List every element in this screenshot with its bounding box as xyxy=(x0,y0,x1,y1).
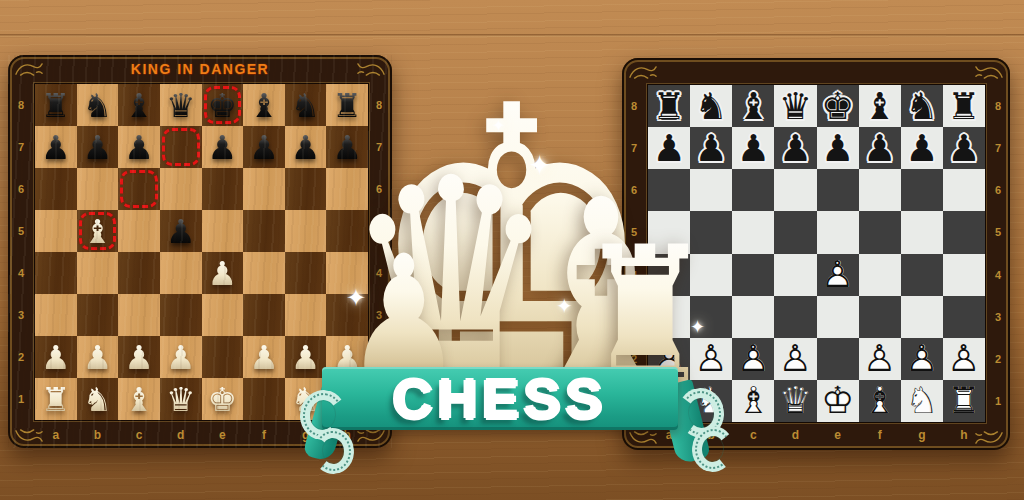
piece-white-king[interactable]: ♚♔ xyxy=(817,380,859,422)
square-d3[interactable] xyxy=(160,294,202,336)
rank-label: 5 xyxy=(14,210,28,252)
square-b6[interactable] xyxy=(77,168,119,210)
square-b8[interactable]: ♞ xyxy=(77,84,119,126)
piece-white-knight[interactable]: ♞♘ xyxy=(901,380,943,422)
rank-label: 3 xyxy=(14,294,28,336)
square-h7[interactable]: ♟ xyxy=(943,127,985,169)
piece-black-pawn[interactable]: ♟ xyxy=(737,130,770,167)
file-label: g xyxy=(901,424,943,446)
piece-white-bishop[interactable]: ♝♗ xyxy=(859,380,901,422)
piece-black-pawn[interactable]: ♟ xyxy=(695,130,728,167)
square-f4[interactable] xyxy=(243,252,285,294)
square-a3[interactable] xyxy=(35,294,77,336)
square-c6[interactable] xyxy=(732,169,774,211)
square-c3[interactable] xyxy=(118,294,160,336)
square-e8[interactable]: ♚ xyxy=(817,85,859,127)
square-a2[interactable]: ♟ xyxy=(35,336,77,378)
piece-white-bishop[interactable]: ♝ xyxy=(83,215,113,248)
square-f8[interactable]: ♝ xyxy=(243,84,285,126)
square-c7[interactable]: ♟ xyxy=(118,126,160,168)
piece-black-pawn[interactable]: ♟ xyxy=(821,130,854,167)
piece-black-pawn[interactable]: ♟ xyxy=(863,130,896,167)
square-b3[interactable] xyxy=(77,294,119,336)
piece-black-queen[interactable]: ♛ xyxy=(779,88,812,125)
piece-black-king[interactable]: ♚ xyxy=(821,88,854,125)
square-d1[interactable]: ♛ xyxy=(160,378,202,420)
piece-white-pawn[interactable]: ♟ xyxy=(291,341,321,374)
piece-white-pawn[interactable]: ♟♙ xyxy=(817,254,859,296)
square-g8[interactable]: ♞ xyxy=(285,84,327,126)
square-e5[interactable] xyxy=(817,211,859,253)
file-label: c xyxy=(732,424,774,446)
square-e5[interactable] xyxy=(202,210,244,252)
square-e3[interactable] xyxy=(202,294,244,336)
rank-label: 7 xyxy=(991,127,1005,169)
piece-white-bishop[interactable]: ♝ xyxy=(124,383,154,416)
square-e8[interactable]: ♚ xyxy=(202,84,244,126)
rank-labels-left: 87654321 xyxy=(14,84,28,420)
piece-black-bishop[interactable]: ♝ xyxy=(124,89,154,122)
corner-flourish-icon xyxy=(975,65,1003,80)
square-d7[interactable] xyxy=(160,126,202,168)
chess-app-promo: KING IN DANGER ♜♞♝♛♚♝♞♜♟♟♟♟♟♟♟♝♟♟♟♟♟♟♟♟♟… xyxy=(0,0,1024,500)
square-b1[interactable]: ♞ xyxy=(77,378,119,420)
square-c2[interactable]: ♟♙ xyxy=(732,338,774,380)
square-d4[interactable] xyxy=(774,254,816,296)
square-e4[interactable]: ♟♙ xyxy=(817,254,859,296)
piece-black-knight[interactable]: ♞ xyxy=(695,88,728,125)
piece-white-queen[interactable]: ♛♕ xyxy=(774,380,816,422)
piece-black-rook[interactable]: ♜ xyxy=(41,89,71,122)
piece-black-pawn[interactable]: ♟ xyxy=(208,131,238,164)
square-a5[interactable] xyxy=(35,210,77,252)
square-c4[interactable] xyxy=(118,252,160,294)
rank-label: 1 xyxy=(991,380,1005,422)
rank-label: 4 xyxy=(991,254,1005,296)
piece-black-bishop[interactable]: ♝ xyxy=(737,88,770,125)
square-b7[interactable]: ♟ xyxy=(77,126,119,168)
square-f4[interactable] xyxy=(859,254,901,296)
square-f6[interactable] xyxy=(243,168,285,210)
square-h6[interactable] xyxy=(943,169,985,211)
file-label: e xyxy=(817,424,859,446)
square-b5[interactable]: ♝ xyxy=(77,210,119,252)
banner-title: CHESS xyxy=(322,367,678,430)
square-f7[interactable]: ♟ xyxy=(243,126,285,168)
rank-label: 2 xyxy=(14,336,28,378)
piece-white-pawn[interactable]: ♟ xyxy=(166,341,196,374)
square-g6[interactable] xyxy=(901,169,943,211)
square-b8[interactable]: ♞ xyxy=(690,85,732,127)
square-g5[interactable] xyxy=(901,211,943,253)
square-g8[interactable]: ♞ xyxy=(901,85,943,127)
rank-label: 4 xyxy=(14,252,28,294)
square-c3[interactable] xyxy=(732,296,774,338)
square-f2[interactable]: ♟♙ xyxy=(859,338,901,380)
piece-white-pawn[interactable]: ♟♙ xyxy=(943,338,985,380)
piece-black-pawn[interactable]: ♟ xyxy=(124,131,154,164)
rank-label: 8 xyxy=(14,84,28,126)
file-label: c xyxy=(118,424,160,446)
piece-black-knight[interactable]: ♞ xyxy=(83,89,113,122)
rank-label: 1 xyxy=(14,378,28,420)
rank-label: 3 xyxy=(991,296,1005,338)
piece-white-pawn[interactable]: ♟♙ xyxy=(774,338,816,380)
piece-black-pawn[interactable]: ♟ xyxy=(947,130,980,167)
square-d5[interactable]: ♟ xyxy=(160,210,202,252)
piece-black-pawn[interactable]: ♟ xyxy=(291,131,321,164)
square-e3[interactable] xyxy=(817,296,859,338)
square-d2[interactable]: ♟♙ xyxy=(774,338,816,380)
rank-label: 8 xyxy=(991,85,1005,127)
square-e6[interactable] xyxy=(202,168,244,210)
square-f3[interactable] xyxy=(859,296,901,338)
square-a8[interactable]: ♜ xyxy=(35,84,77,126)
file-label: b xyxy=(77,424,119,446)
piece-white-pawn[interactable]: ♟ xyxy=(208,257,238,290)
square-d5[interactable] xyxy=(774,211,816,253)
piece-white-knight[interactable]: ♞ xyxy=(83,383,113,416)
square-d2[interactable]: ♟ xyxy=(160,336,202,378)
sparkle-icon: ✦ xyxy=(690,318,705,336)
square-g2[interactable]: ♟♙ xyxy=(901,338,943,380)
piece-black-rook[interactable]: ♜ xyxy=(652,88,685,125)
square-h4[interactable] xyxy=(943,254,985,296)
piece-black-knight[interactable]: ♞ xyxy=(905,88,938,125)
piece-black-queen[interactable]: ♛ xyxy=(166,89,196,122)
square-e2[interactable] xyxy=(202,336,244,378)
piece-white-pawn[interactable]: ♟♙ xyxy=(732,338,774,380)
piece-black-pawn[interactable]: ♟ xyxy=(779,130,812,167)
square-c5[interactable] xyxy=(118,210,160,252)
rank-label: 7 xyxy=(14,126,28,168)
square-c5[interactable] xyxy=(732,211,774,253)
piece-white-pawn[interactable]: ♟♙ xyxy=(859,338,901,380)
rank-label: 6 xyxy=(991,169,1005,211)
square-g1[interactable]: ♞♘ xyxy=(901,380,943,422)
square-f1[interactable]: ♝♗ xyxy=(859,380,901,422)
piece-black-king[interactable]: ♚ xyxy=(208,89,238,122)
square-c6[interactable] xyxy=(118,168,160,210)
square-g3[interactable] xyxy=(285,294,327,336)
piece-black-knight[interactable]: ♞ xyxy=(291,89,321,122)
square-f5[interactable] xyxy=(243,210,285,252)
board-title: KING IN DANGER xyxy=(8,61,392,77)
square-g5[interactable] xyxy=(285,210,327,252)
piece-white-king[interactable]: ♚ xyxy=(208,383,238,416)
file-label: e xyxy=(202,424,244,446)
square-g2[interactable]: ♟ xyxy=(285,336,327,378)
square-b2[interactable]: ♟ xyxy=(77,336,119,378)
square-c8[interactable]: ♝ xyxy=(732,85,774,127)
square-h2[interactable]: ♟♙ xyxy=(943,338,985,380)
square-c7[interactable]: ♟ xyxy=(732,127,774,169)
square-f1[interactable] xyxy=(243,378,285,420)
square-d8[interactable]: ♛ xyxy=(160,84,202,126)
piece-white-pawn[interactable]: ♟ xyxy=(124,341,154,374)
square-e2[interactable] xyxy=(817,338,859,380)
square-e7[interactable]: ♟ xyxy=(817,127,859,169)
piece-white-pawn[interactable]: ♟♙ xyxy=(901,338,943,380)
file-label: d xyxy=(160,424,202,446)
square-h5[interactable] xyxy=(943,211,985,253)
square-d3[interactable] xyxy=(774,296,816,338)
file-label: d xyxy=(774,424,816,446)
sparkle-icon: ✦ xyxy=(346,286,366,310)
square-e1[interactable]: ♚ xyxy=(202,378,244,420)
square-a1[interactable]: ♜ xyxy=(35,378,77,420)
piece-white-pawn[interactable]: ♟ xyxy=(249,341,279,374)
square-g7[interactable]: ♟ xyxy=(901,127,943,169)
rank-label: 5 xyxy=(991,211,1005,253)
rank-labels-right: 87654321 xyxy=(991,85,1005,422)
square-d6[interactable] xyxy=(774,169,816,211)
square-d4[interactable] xyxy=(160,252,202,294)
piece-black-rook[interactable]: ♜ xyxy=(947,88,980,125)
corner-flourish-icon xyxy=(975,430,1003,445)
square-f2[interactable]: ♟ xyxy=(243,336,285,378)
piece-white-pawn[interactable]: ♟ xyxy=(83,341,113,374)
square-d7[interactable]: ♟ xyxy=(774,127,816,169)
file-label: f xyxy=(859,424,901,446)
square-h3[interactable] xyxy=(943,296,985,338)
square-e1[interactable]: ♚♔ xyxy=(817,380,859,422)
square-e4[interactable]: ♟ xyxy=(202,252,244,294)
piece-white-rook[interactable]: ♜♖ xyxy=(943,380,985,422)
square-c4[interactable] xyxy=(732,254,774,296)
piece-black-bishop[interactable]: ♝ xyxy=(249,89,279,122)
square-d6[interactable] xyxy=(160,168,202,210)
piece-black-pawn[interactable]: ♟ xyxy=(905,130,938,167)
corner-flourish-icon xyxy=(15,428,43,443)
square-g6[interactable] xyxy=(285,168,327,210)
square-g7[interactable]: ♟ xyxy=(285,126,327,168)
piece-black-pawn[interactable]: ♟ xyxy=(83,131,113,164)
sparkle-icon: ✦ xyxy=(528,152,551,180)
square-d8[interactable]: ♛ xyxy=(774,85,816,127)
piece-black-bishop[interactable]: ♝ xyxy=(863,88,896,125)
piece-black-pawn[interactable]: ♟ xyxy=(41,131,71,164)
square-e6[interactable] xyxy=(817,169,859,211)
square-c1[interactable]: ♝ xyxy=(118,378,160,420)
rank-label: 2 xyxy=(991,338,1005,380)
square-d1[interactable]: ♛♕ xyxy=(774,380,816,422)
square-b4[interactable] xyxy=(77,252,119,294)
square-c1[interactable]: ♝♗ xyxy=(732,380,774,422)
square-c2[interactable]: ♟ xyxy=(118,336,160,378)
piece-white-queen[interactable]: ♛ xyxy=(166,383,196,416)
square-g4[interactable] xyxy=(285,252,327,294)
square-f8[interactable]: ♝ xyxy=(859,85,901,127)
piece-white-bishop[interactable]: ♝♗ xyxy=(732,380,774,422)
chessboard-grid-left: ♜♞♝♛♚♝♞♜♟♟♟♟♟♟♟♝♟♟♟♟♟♟♟♟♟♜♞♝♛♚♞♜ xyxy=(35,84,368,420)
square-c8[interactable]: ♝ xyxy=(118,84,160,126)
piece-black-pawn[interactable]: ♟ xyxy=(249,131,279,164)
piece-white-pawn[interactable]: ♟ xyxy=(41,341,71,374)
square-e7[interactable]: ♟ xyxy=(202,126,244,168)
square-a6[interactable] xyxy=(35,168,77,210)
piece-black-pawn[interactable]: ♟ xyxy=(166,215,196,248)
square-h1[interactable]: ♜♖ xyxy=(943,380,985,422)
square-f7[interactable]: ♟ xyxy=(859,127,901,169)
square-f3[interactable] xyxy=(243,294,285,336)
rank-label: 6 xyxy=(14,168,28,210)
square-f5[interactable] xyxy=(859,211,901,253)
square-a7[interactable]: ♟ xyxy=(35,126,77,168)
square-g3[interactable] xyxy=(901,296,943,338)
square-f6[interactable] xyxy=(859,169,901,211)
piece-white-rook[interactable]: ♜ xyxy=(41,383,71,416)
file-label: f xyxy=(243,424,285,446)
chess-banner: CHESS xyxy=(322,367,678,430)
sparkle-icon: ✦ xyxy=(556,296,573,316)
square-a4[interactable] xyxy=(35,252,77,294)
square-h8[interactable]: ♜ xyxy=(943,85,985,127)
square-g4[interactable] xyxy=(901,254,943,296)
sparkle-icon: ✦ xyxy=(492,118,505,134)
corner-flourish-icon xyxy=(15,62,43,77)
